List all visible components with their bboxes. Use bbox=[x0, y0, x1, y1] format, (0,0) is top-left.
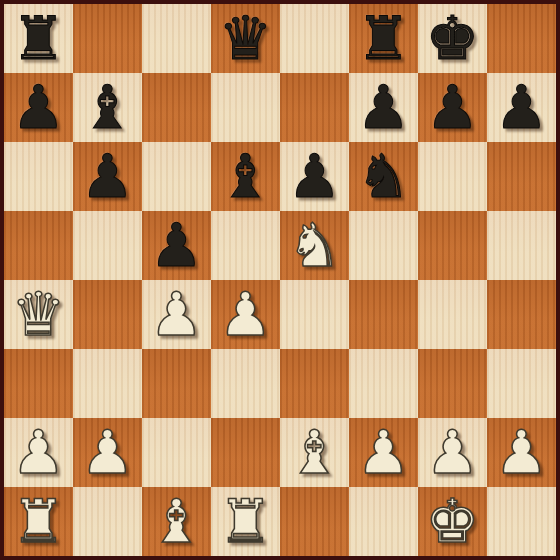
square-g2[interactable]: ♟ bbox=[418, 418, 487, 487]
white-pawn[interactable]: ♟ bbox=[357, 418, 411, 487]
square-f5[interactable] bbox=[349, 211, 418, 280]
square-h6[interactable] bbox=[487, 142, 556, 211]
square-b4[interactable] bbox=[73, 280, 142, 349]
white-bishop[interactable]: ♝ bbox=[288, 418, 342, 487]
black-pawn[interactable]: ♟ bbox=[357, 73, 411, 142]
square-d5[interactable] bbox=[211, 211, 280, 280]
white-pawn[interactable]: ♟ bbox=[12, 418, 66, 487]
square-f1[interactable] bbox=[349, 487, 418, 556]
board-frame: ♜♛♜♚♟♝♟♟♟♟♝♟♞♟♞♛♟♟♟♟♝♟♟♟♜♝♜♚ bbox=[0, 0, 560, 560]
black-knight[interactable]: ♞ bbox=[357, 142, 411, 211]
square-a8[interactable]: ♜ bbox=[4, 4, 73, 73]
square-a7[interactable]: ♟ bbox=[4, 73, 73, 142]
square-b1[interactable] bbox=[73, 487, 142, 556]
white-king[interactable]: ♚ bbox=[426, 487, 480, 556]
black-rook[interactable]: ♜ bbox=[357, 4, 411, 73]
square-b5[interactable] bbox=[73, 211, 142, 280]
square-c3[interactable] bbox=[142, 349, 211, 418]
square-a6[interactable] bbox=[4, 142, 73, 211]
black-king[interactable]: ♚ bbox=[426, 4, 480, 73]
square-h4[interactable] bbox=[487, 280, 556, 349]
square-e3[interactable] bbox=[280, 349, 349, 418]
square-g5[interactable] bbox=[418, 211, 487, 280]
square-a4[interactable]: ♛ bbox=[4, 280, 73, 349]
square-c1[interactable]: ♝ bbox=[142, 487, 211, 556]
black-pawn[interactable]: ♟ bbox=[426, 73, 480, 142]
white-pawn[interactable]: ♟ bbox=[150, 280, 204, 349]
square-h7[interactable]: ♟ bbox=[487, 73, 556, 142]
square-b6[interactable]: ♟ bbox=[73, 142, 142, 211]
white-pawn[interactable]: ♟ bbox=[426, 418, 480, 487]
square-e7[interactable] bbox=[280, 73, 349, 142]
black-pawn[interactable]: ♟ bbox=[288, 142, 342, 211]
black-pawn[interactable]: ♟ bbox=[150, 211, 204, 280]
square-a3[interactable] bbox=[4, 349, 73, 418]
square-d8[interactable]: ♛ bbox=[211, 4, 280, 73]
square-d7[interactable] bbox=[211, 73, 280, 142]
square-e4[interactable] bbox=[280, 280, 349, 349]
square-a5[interactable] bbox=[4, 211, 73, 280]
square-c4[interactable]: ♟ bbox=[142, 280, 211, 349]
square-e6[interactable]: ♟ bbox=[280, 142, 349, 211]
square-c6[interactable] bbox=[142, 142, 211, 211]
black-bishop[interactable]: ♝ bbox=[219, 142, 273, 211]
square-d6[interactable]: ♝ bbox=[211, 142, 280, 211]
black-pawn[interactable]: ♟ bbox=[495, 73, 549, 142]
white-rook[interactable]: ♜ bbox=[12, 487, 66, 556]
square-h1[interactable] bbox=[487, 487, 556, 556]
square-g6[interactable] bbox=[418, 142, 487, 211]
square-b8[interactable] bbox=[73, 4, 142, 73]
square-c2[interactable] bbox=[142, 418, 211, 487]
square-e1[interactable] bbox=[280, 487, 349, 556]
square-f4[interactable] bbox=[349, 280, 418, 349]
square-d4[interactable]: ♟ bbox=[211, 280, 280, 349]
square-h8[interactable] bbox=[487, 4, 556, 73]
square-f7[interactable]: ♟ bbox=[349, 73, 418, 142]
square-f2[interactable]: ♟ bbox=[349, 418, 418, 487]
square-e8[interactable] bbox=[280, 4, 349, 73]
square-f8[interactable]: ♜ bbox=[349, 4, 418, 73]
black-rook[interactable]: ♜ bbox=[12, 4, 66, 73]
square-c5[interactable]: ♟ bbox=[142, 211, 211, 280]
black-bishop[interactable]: ♝ bbox=[81, 73, 135, 142]
square-f6[interactable]: ♞ bbox=[349, 142, 418, 211]
square-g7[interactable]: ♟ bbox=[418, 73, 487, 142]
square-h2[interactable]: ♟ bbox=[487, 418, 556, 487]
square-d3[interactable] bbox=[211, 349, 280, 418]
square-g3[interactable] bbox=[418, 349, 487, 418]
square-g8[interactable]: ♚ bbox=[418, 4, 487, 73]
square-b7[interactable]: ♝ bbox=[73, 73, 142, 142]
chess-board: ♜♛♜♚♟♝♟♟♟♟♝♟♞♟♞♛♟♟♟♟♝♟♟♟♜♝♜♚ bbox=[4, 4, 556, 556]
square-d2[interactable] bbox=[211, 418, 280, 487]
black-queen[interactable]: ♛ bbox=[219, 4, 273, 73]
black-pawn[interactable]: ♟ bbox=[81, 142, 135, 211]
white-queen[interactable]: ♛ bbox=[12, 280, 66, 349]
square-c7[interactable] bbox=[142, 73, 211, 142]
square-e2[interactable]: ♝ bbox=[280, 418, 349, 487]
square-h3[interactable] bbox=[487, 349, 556, 418]
black-pawn[interactable]: ♟ bbox=[12, 73, 66, 142]
square-g4[interactable] bbox=[418, 280, 487, 349]
square-h5[interactable] bbox=[487, 211, 556, 280]
white-pawn[interactable]: ♟ bbox=[495, 418, 549, 487]
square-g1[interactable]: ♚ bbox=[418, 487, 487, 556]
square-f3[interactable] bbox=[349, 349, 418, 418]
square-e5[interactable]: ♞ bbox=[280, 211, 349, 280]
white-knight[interactable]: ♞ bbox=[288, 211, 342, 280]
white-pawn[interactable]: ♟ bbox=[81, 418, 135, 487]
square-a2[interactable]: ♟ bbox=[4, 418, 73, 487]
white-pawn[interactable]: ♟ bbox=[219, 280, 273, 349]
white-rook[interactable]: ♜ bbox=[219, 487, 273, 556]
square-c8[interactable] bbox=[142, 4, 211, 73]
square-d1[interactable]: ♜ bbox=[211, 487, 280, 556]
white-bishop[interactable]: ♝ bbox=[150, 487, 204, 556]
square-a1[interactable]: ♜ bbox=[4, 487, 73, 556]
square-b3[interactable] bbox=[73, 349, 142, 418]
square-b2[interactable]: ♟ bbox=[73, 418, 142, 487]
